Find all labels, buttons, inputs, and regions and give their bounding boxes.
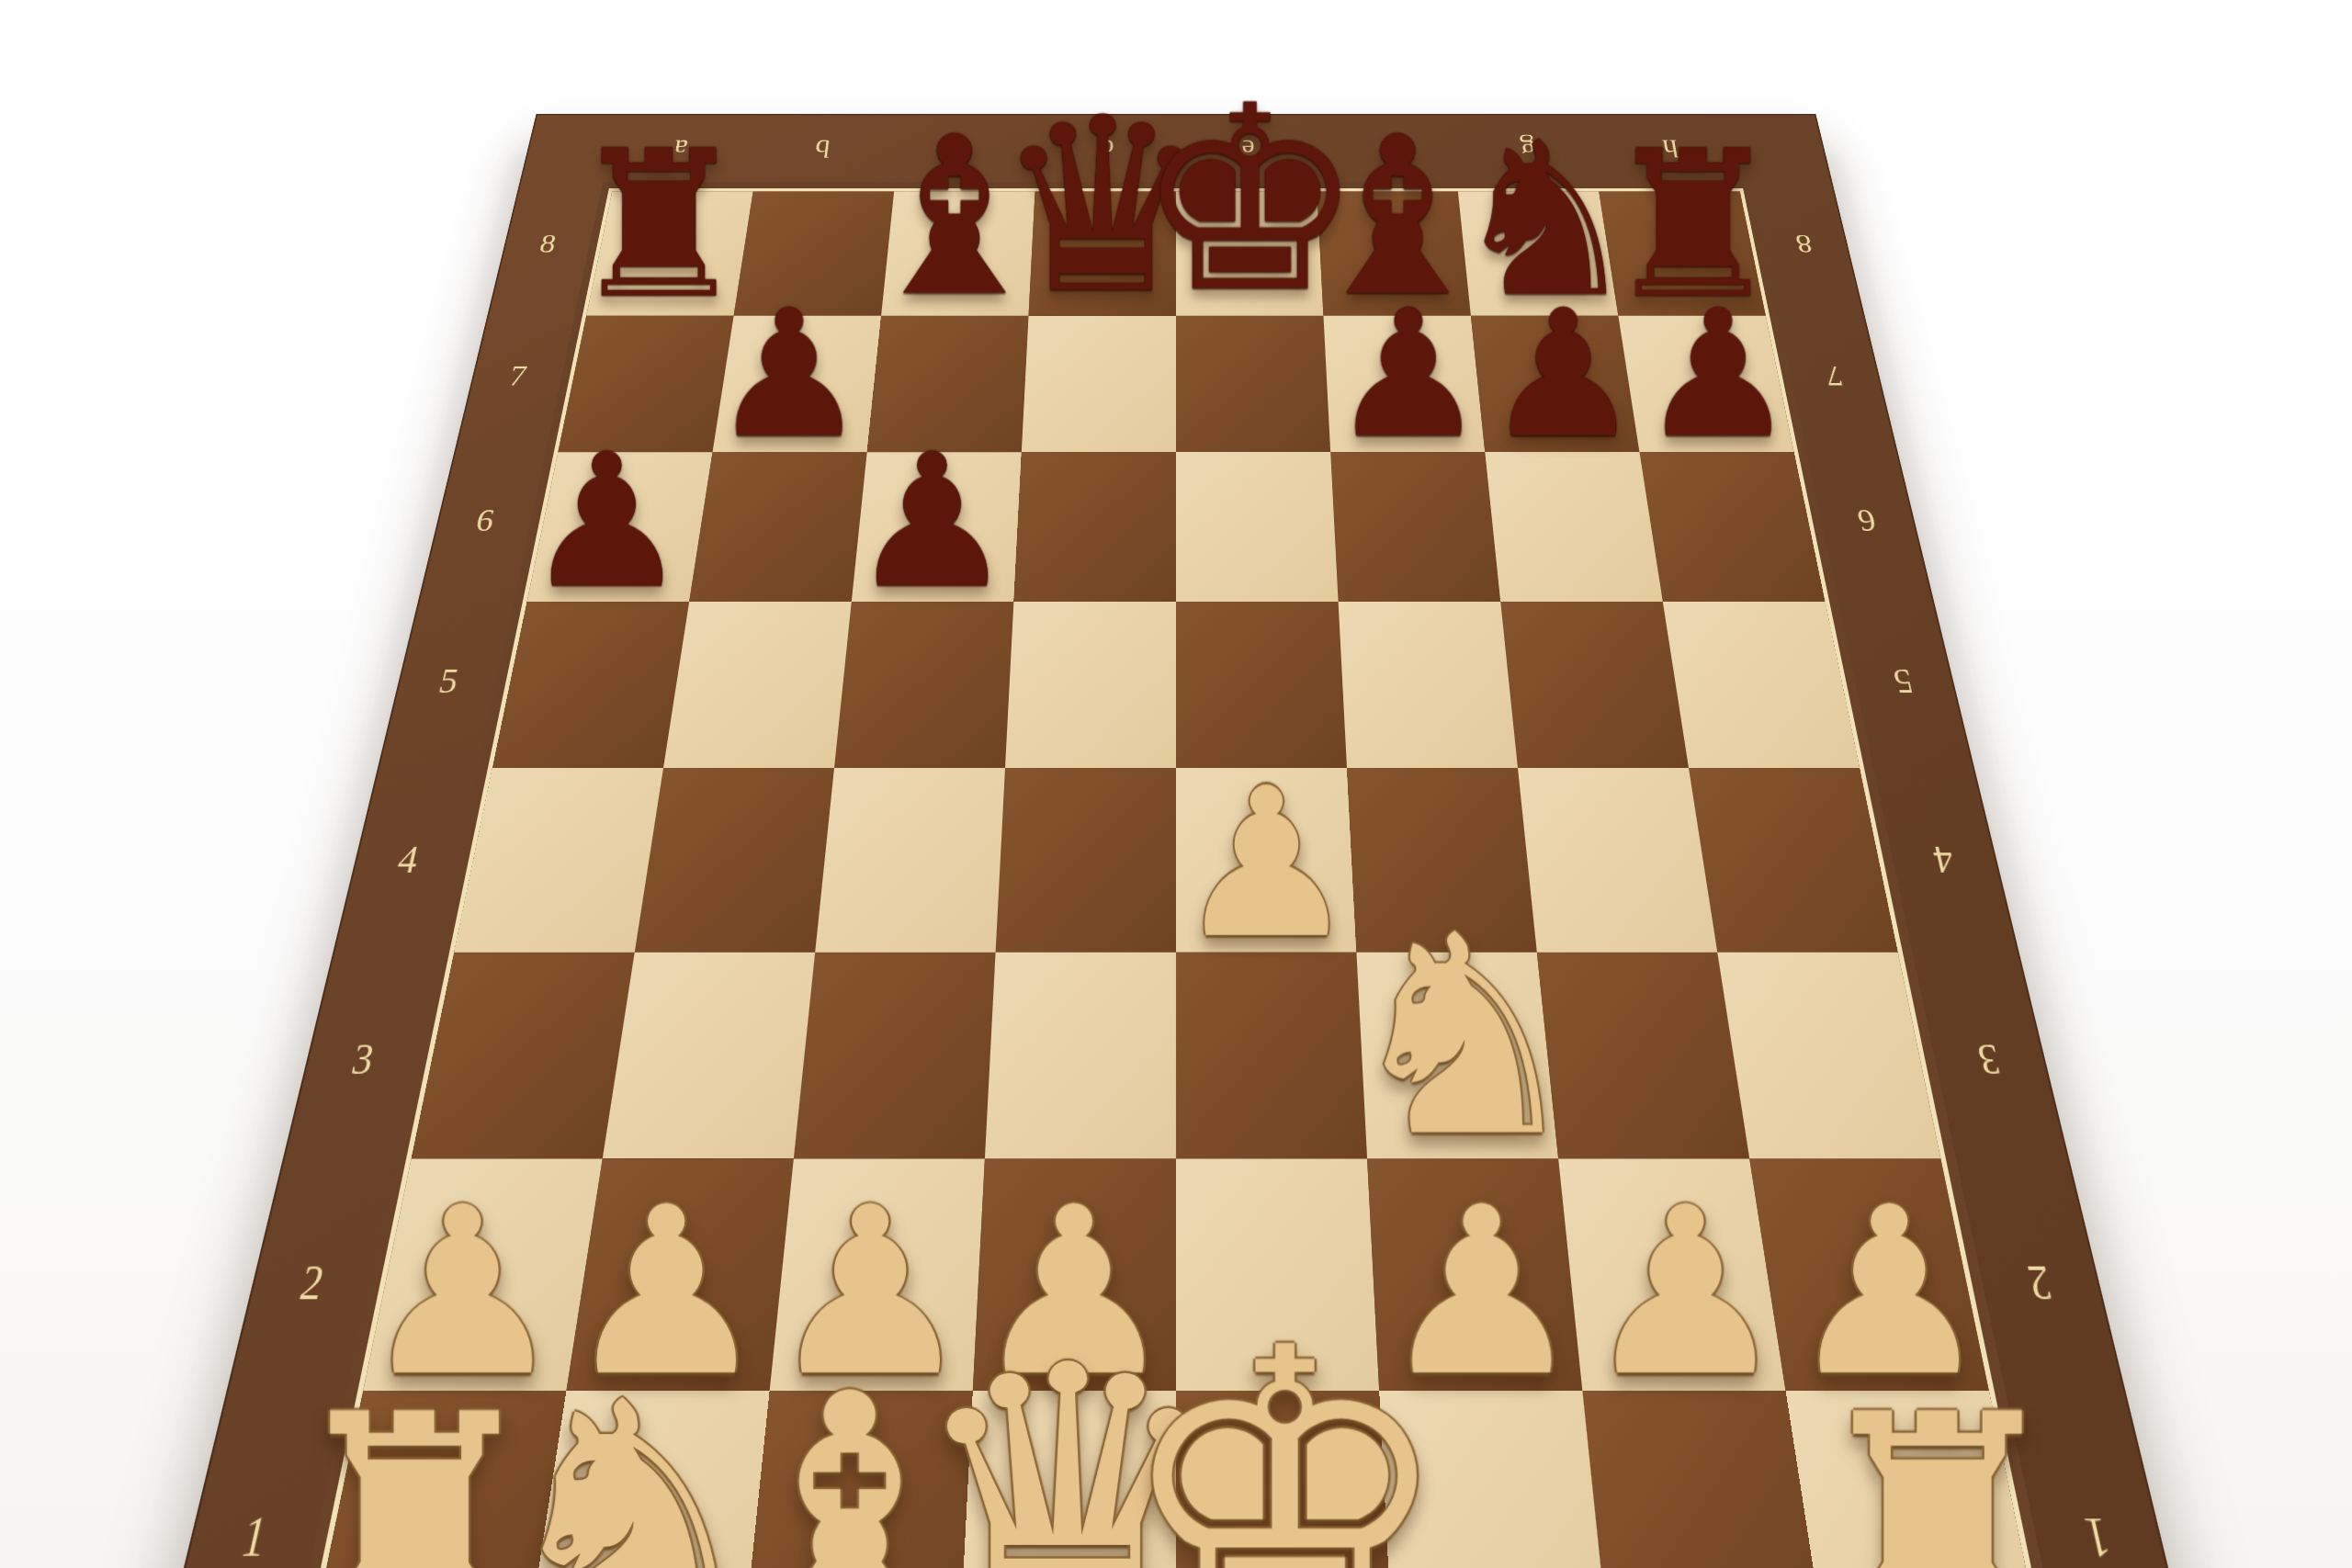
piece-white-king-e1[interactable]: ♚ bbox=[1116, 1310, 1454, 1568]
square-h4[interactable] bbox=[1689, 768, 1898, 953]
square-d7[interactable] bbox=[1022, 316, 1176, 452]
board-frame: abcdefgh 87654321 ♜♝♛♚♝♞♜♟♟♟♟♟♟♟♞♟♟♟♟♟♟♟… bbox=[115, 114, 2238, 1568]
board-tilt-wrapper: abcdefgh 87654321 ♜♝♛♚♝♞♜♟♟♟♟♟♟♟♞♟♟♟♟♟♟♟… bbox=[115, 114, 2238, 1568]
square-b4[interactable] bbox=[635, 768, 834, 953]
square-f3[interactable]: ♞ bbox=[1356, 953, 1558, 1159]
piece-black-bishop-c8[interactable]: ♝ bbox=[856, 114, 1053, 322]
rank-label-3: 3 bbox=[1974, 1037, 2005, 1081]
square-d3[interactable] bbox=[985, 953, 1176, 1159]
rank-label-2: 2 bbox=[296, 1258, 329, 1309]
piece-white-pawn-g2[interactable]: ♟ bbox=[1581, 1181, 1790, 1402]
rank-label-7: 7 bbox=[506, 361, 529, 390]
square-c5[interactable] bbox=[834, 603, 1013, 769]
rank-label-8: 8 bbox=[1793, 231, 1815, 257]
piece-white-rook-h1[interactable]: ♜ bbox=[1804, 1383, 2072, 1568]
piece-black-pawn-f7[interactable]: ♟ bbox=[1329, 291, 1487, 458]
board-inlay-rim: ♜♝♛♚♝♞♜♟♟♟♟♟♟♟♞♟♟♟♟♟♟♟♜♞♝♛♚♜ bbox=[301, 188, 2052, 1568]
square-e4[interactable]: ♟ bbox=[1176, 768, 1356, 953]
square-a5[interactable] bbox=[492, 603, 689, 769]
piece-white-rook-a1[interactable]: ♜ bbox=[280, 1383, 548, 1568]
square-e6[interactable] bbox=[1176, 453, 1339, 603]
square-a3[interactable] bbox=[412, 953, 635, 1159]
piece-white-knight-f3[interactable]: ♞ bbox=[1340, 907, 1587, 1169]
square-c1[interactable]: ♝ bbox=[742, 1392, 973, 1568]
square-d6[interactable] bbox=[1013, 453, 1176, 603]
square-e3[interactable] bbox=[1176, 953, 1367, 1159]
square-d4[interactable] bbox=[996, 768, 1176, 953]
piece-white-pawn-e4[interactable]: ♟ bbox=[1174, 765, 1359, 961]
square-f5[interactable] bbox=[1339, 603, 1518, 769]
square-d5[interactable] bbox=[1005, 603, 1176, 769]
square-b3[interactable] bbox=[603, 953, 815, 1159]
piece-black-pawn-b7[interactable]: ♟ bbox=[710, 291, 868, 458]
square-c3[interactable] bbox=[794, 953, 996, 1159]
piece-black-pawn-h7[interactable]: ♟ bbox=[1639, 291, 1797, 458]
square-f6[interactable] bbox=[1330, 453, 1500, 603]
piece-black-pawn-c6[interactable]: ♟ bbox=[849, 434, 1015, 610]
square-f7[interactable]: ♟ bbox=[1323, 316, 1485, 452]
square-c8[interactable]: ♝ bbox=[881, 192, 1035, 316]
square-b5[interactable] bbox=[663, 603, 852, 769]
rank-label-4: 4 bbox=[1930, 840, 1958, 880]
square-b6[interactable] bbox=[689, 453, 867, 603]
file-label-b: b bbox=[813, 136, 831, 161]
rank-label-1: 1 bbox=[2080, 1509, 2116, 1566]
rank-label-3: 3 bbox=[348, 1037, 379, 1081]
rank-label-8: 8 bbox=[537, 231, 559, 257]
square-c6[interactable]: ♟ bbox=[852, 453, 1022, 603]
photo-scene: abcdefgh 87654321 ♜♝♛♚♝♞♜♟♟♟♟♟♟♟♞♟♟♟♟♟♟♟… bbox=[0, 0, 2352, 1568]
square-a4[interactable] bbox=[454, 768, 663, 953]
square-e1[interactable]: ♚ bbox=[1176, 1392, 1393, 1568]
rank-label-1: 1 bbox=[236, 1509, 272, 1566]
rank-label-7: 7 bbox=[1823, 361, 1846, 390]
square-g5[interactable] bbox=[1500, 603, 1689, 769]
square-c4[interactable] bbox=[815, 768, 1005, 953]
board-grid: ♜♝♛♚♝♞♜♟♟♟♟♟♟♟♞♟♟♟♟♟♟♟♜♞♝♛♚♜ bbox=[309, 192, 2044, 1568]
square-h1[interactable]: ♜ bbox=[1786, 1392, 2044, 1568]
square-e7[interactable] bbox=[1176, 316, 1330, 452]
square-a1[interactable]: ♜ bbox=[309, 1392, 567, 1568]
rank-label-2: 2 bbox=[2024, 1258, 2057, 1309]
square-h7[interactable]: ♟ bbox=[1618, 316, 1793, 452]
rank-label-6: 6 bbox=[473, 505, 497, 537]
square-g7[interactable]: ♟ bbox=[1471, 316, 1640, 452]
square-g2[interactable]: ♟ bbox=[1558, 1159, 1785, 1392]
piece-black-pawn-g7[interactable]: ♟ bbox=[1484, 291, 1642, 458]
rank-label-5: 5 bbox=[435, 664, 461, 700]
piece-white-bishop-c1[interactable]: ♝ bbox=[705, 1361, 994, 1568]
rank-label-6: 6 bbox=[1855, 505, 1879, 537]
square-h3[interactable] bbox=[1717, 953, 1940, 1159]
square-h5[interactable] bbox=[1663, 603, 1860, 769]
rank-label-5: 5 bbox=[1891, 664, 1917, 700]
piece-black-pawn-a6[interactable]: ♟ bbox=[524, 434, 690, 610]
square-h6[interactable] bbox=[1639, 453, 1825, 603]
square-g6[interactable] bbox=[1485, 453, 1663, 603]
rank-label-4: 4 bbox=[394, 840, 422, 880]
square-a6[interactable]: ♟ bbox=[526, 453, 712, 603]
